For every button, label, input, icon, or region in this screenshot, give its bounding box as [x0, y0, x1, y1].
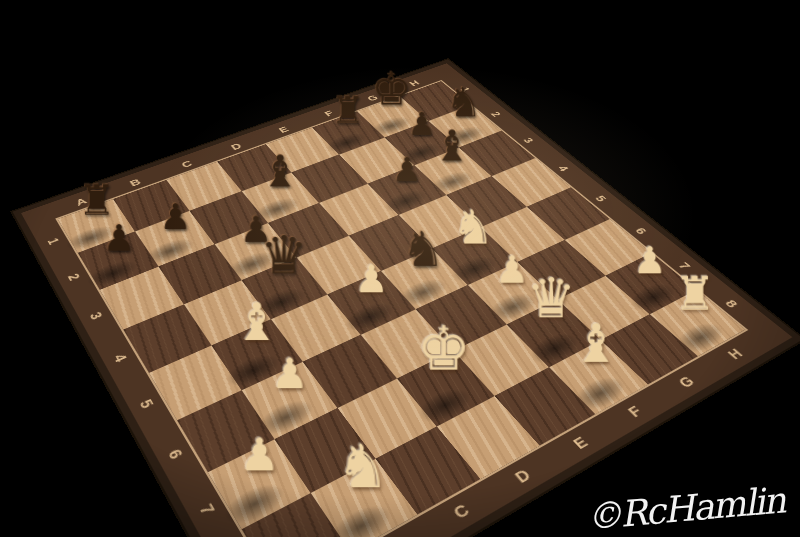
- piece-light-knight[interactable]: ♞: [452, 203, 494, 250]
- piece-dark-bishop[interactable]: ♝: [260, 149, 299, 193]
- piece-dark-knight[interactable]: ♞: [446, 82, 482, 122]
- chess-board[interactable]: ABCDEFGH1♜♜♚12♟♟♝♟♞23♟♟♝34♛45♝♟♞♞56♟♟67♟…: [13, 59, 800, 537]
- piece-light-queen[interactable]: ♛: [527, 271, 576, 326]
- piece-dark-king[interactable]: ♚: [371, 67, 411, 112]
- piece-light-pawn[interactable]: ♟: [633, 242, 666, 279]
- piece-dark-queen[interactable]: ♛: [260, 229, 307, 282]
- piece-light-rook[interactable]: ♜: [674, 271, 715, 317]
- piece-dark-pawn[interactable]: ♟: [103, 220, 136, 256]
- artist-signature: ©RcHamlin: [584, 479, 785, 537]
- piece-light-king[interactable]: ♚: [417, 319, 471, 379]
- piece-dark-knight[interactable]: ♞: [402, 225, 445, 273]
- piece-light-pawn[interactable]: ♟: [495, 251, 529, 289]
- chess-photo-scene: ABCDEFGH1♜♜♚12♟♟♝♟♞23♟♟♝34♛45♝♟♞♞56♟♟67♟…: [0, 0, 800, 537]
- piece-dark-pawn[interactable]: ♟: [407, 108, 435, 140]
- piece-dark-rook[interactable]: ♜: [331, 92, 364, 129]
- piece-dark-bishop[interactable]: ♝: [433, 124, 471, 167]
- piece-dark-pawn[interactable]: ♟: [392, 153, 422, 187]
- piece-dark-rook[interactable]: ♜: [78, 180, 115, 222]
- piece-light-bishop[interactable]: ♝: [572, 316, 620, 369]
- piece-light-pawn[interactable]: ♟: [271, 353, 309, 395]
- piece-light-pawn[interactable]: ♟: [239, 432, 280, 477]
- piece-light-bishop[interactable]: ♝: [234, 296, 281, 348]
- square-e5[interactable]: ♞: [381, 249, 468, 310]
- piece-light-knight[interactable]: ♞: [336, 436, 389, 496]
- piece-light-pawn[interactable]: ♟: [354, 260, 388, 298]
- piece-dark-pawn[interactable]: ♟: [159, 199, 191, 235]
